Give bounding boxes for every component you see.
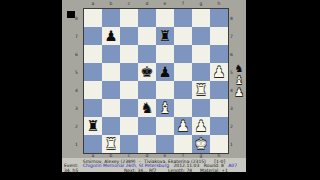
rank-label-8: 8: [75, 9, 82, 27]
file-label-e: e: [156, 1, 174, 7]
square-g7: [192, 27, 210, 45]
square-d3: ♞: [138, 99, 156, 117]
square-b5: [102, 63, 120, 81]
square-e3: ♝: [156, 99, 174, 117]
square-e7: ♜: [156, 27, 174, 45]
rank-label-7: 7: [230, 27, 237, 45]
file-label-h: h: [210, 1, 228, 7]
square-f8: [174, 9, 192, 27]
piece-black-rook-a2: ♜: [84, 117, 102, 135]
square-b3: [102, 99, 120, 117]
file-label-f: f: [174, 1, 192, 7]
rank-label-6: 6: [230, 45, 237, 63]
piece-black-pawn-b7: ♟: [102, 27, 120, 45]
square-f7: [174, 27, 192, 45]
square-b1: ♜: [102, 135, 120, 153]
square-c7: [120, 27, 138, 45]
piece-white-bishop-e3: ♝: [156, 99, 174, 117]
chess-board: ♟♜♚♟♟♜♞♝♜♟♟♜♚: [83, 8, 229, 154]
square-d4: [138, 81, 156, 99]
square-g2: ♟: [192, 117, 210, 135]
square-f4: [174, 81, 192, 99]
square-b8: [102, 9, 120, 27]
square-e4: [156, 81, 174, 99]
file-label-d: d: [138, 1, 156, 7]
piece-white-pawn-h5: ♟: [210, 63, 228, 81]
square-c6: [120, 45, 138, 63]
rank-label-8: 8: [230, 9, 237, 27]
rank-label-1: 1: [75, 135, 82, 153]
square-h1: [210, 135, 228, 153]
piece-white-king-g1: ♚: [192, 135, 210, 153]
square-a1: [84, 135, 102, 153]
square-b7: ♟: [102, 27, 120, 45]
file-labels-top: abcdefgh: [84, 1, 228, 7]
rank-labels-left: 87654321: [75, 9, 82, 153]
tray-black-knight: ♞: [233, 62, 245, 74]
square-h5: ♟: [210, 63, 228, 81]
square-a7: [84, 27, 102, 45]
square-b2: [102, 117, 120, 135]
file-label-b: b: [102, 1, 120, 7]
square-a2: ♜: [84, 117, 102, 135]
piece-black-king-d5: ♚: [138, 63, 156, 81]
file-label-c: c: [120, 1, 138, 7]
piece-white-rook-g4: ♜: [192, 81, 210, 99]
square-a8: [84, 9, 102, 27]
piece-white-pawn-g2: ♟: [192, 117, 210, 135]
rank-label-3: 3: [75, 99, 82, 117]
square-e5: ♟: [156, 63, 174, 81]
square-d5: ♚: [138, 63, 156, 81]
material-imbalance-tray: ♞♝♟: [233, 62, 245, 98]
square-e1: [156, 135, 174, 153]
video-frame: abcdefgh 87654321 87654321 ♟♜♚♟♟♜♞♝♜♟♟♜♚…: [0, 0, 320, 180]
rank-label-5: 5: [75, 63, 82, 81]
square-c4: [120, 81, 138, 99]
rank-label-1: 1: [230, 135, 237, 153]
square-h8: [210, 9, 228, 27]
piece-white-pawn-f2: ♟: [174, 117, 192, 135]
piece-white-rook-b1: ♜: [102, 135, 120, 153]
square-c2: [120, 117, 138, 135]
game-info-caption: Smirnov, Alexey (2389) - Tiviakova, Ekat…: [62, 158, 246, 172]
square-a5: [84, 63, 102, 81]
square-g4: ♜: [192, 81, 210, 99]
last-move: 34. h5: [64, 168, 78, 173]
rank-label-7: 7: [75, 27, 82, 45]
rank-label-2: 2: [230, 117, 237, 135]
square-c5: [120, 63, 138, 81]
square-d7: [138, 27, 156, 45]
square-h2: [210, 117, 228, 135]
square-g1: ♚: [192, 135, 210, 153]
black-to-move-indicator: [67, 11, 75, 18]
square-d2: [138, 117, 156, 135]
square-e8: [156, 9, 174, 27]
tray-white-bishop: ♝: [233, 74, 245, 86]
rank-label-3: 3: [230, 99, 237, 117]
square-f2: ♟: [174, 117, 192, 135]
square-f6: [174, 45, 192, 63]
square-f5: [174, 63, 192, 81]
square-h4: [210, 81, 228, 99]
square-h7: [210, 27, 228, 45]
piece-black-pawn-e5: ♟: [156, 63, 174, 81]
rank-label-2: 2: [75, 117, 82, 135]
square-e2: [156, 117, 174, 135]
piece-black-knight-d3: ♞: [138, 99, 156, 117]
square-g5: [192, 63, 210, 81]
status-line: 34. h5 Next: 34... Rf7 Length: 78 Materi…: [64, 168, 244, 173]
piece-black-rook-e7: ♜: [156, 27, 174, 45]
file-label-a: a: [84, 1, 102, 7]
rank-label-4: 4: [75, 81, 82, 99]
square-d8: [138, 9, 156, 27]
next-move: Next: 34... Rf7: [124, 168, 156, 173]
square-d1: [138, 135, 156, 153]
square-f3: [174, 99, 192, 117]
square-h6: [210, 45, 228, 63]
square-g8: [192, 9, 210, 27]
square-c1: [120, 135, 138, 153]
square-f1: [174, 135, 192, 153]
square-a4: [84, 81, 102, 99]
square-h3: [210, 99, 228, 117]
square-b4: [102, 81, 120, 99]
file-label-g: g: [192, 1, 210, 7]
game-length: Length: 78: [168, 168, 192, 173]
square-d6: [138, 45, 156, 63]
square-g6: [192, 45, 210, 63]
tray-white-pawn: ♟: [233, 86, 245, 98]
square-c8: [120, 9, 138, 27]
square-c3: [120, 99, 138, 117]
material-balance: Material: +1: [200, 168, 228, 173]
chess-board-panel: abcdefgh 87654321 87654321 ♟♜♚♟♟♜♞♝♜♟♟♜♚…: [62, 0, 246, 172]
square-b6: [102, 45, 120, 63]
rank-label-6: 6: [75, 45, 82, 63]
square-a3: [84, 99, 102, 117]
square-a6: [84, 45, 102, 63]
square-e6: [156, 45, 174, 63]
square-g3: [192, 99, 210, 117]
